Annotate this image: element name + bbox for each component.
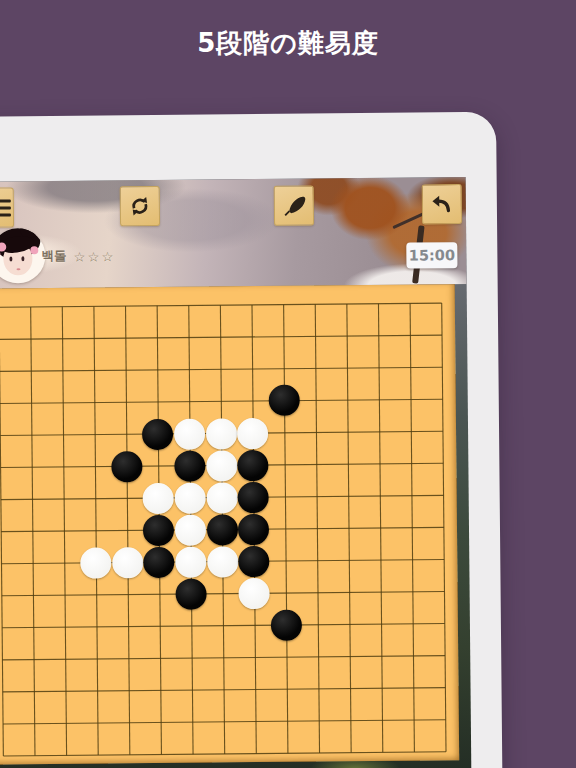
black-stone <box>238 514 269 545</box>
white-stone <box>80 547 111 578</box>
hint-feather-button[interactable] <box>274 186 314 226</box>
white-stone <box>237 417 268 448</box>
game-screenshot <box>0 177 472 768</box>
hamburger-menu-icon <box>0 199 11 216</box>
feather-icon <box>282 194 306 218</box>
black-stone <box>111 451 142 482</box>
difficulty-stars: ☆☆☆ <box>73 248 115 264</box>
restart-button[interactable] <box>120 186 160 226</box>
timer-badge: 15:00 <box>406 242 457 268</box>
tablet-mockup: 백돌 ☆☆☆ 15:00 <box>0 0 576 768</box>
black-stone <box>238 482 269 513</box>
white-stone <box>174 418 205 449</box>
white-stone <box>175 546 206 577</box>
gomoku-board[interactable] <box>0 284 459 764</box>
black-stone <box>175 578 206 609</box>
timer-value: 15:00 <box>409 247 455 263</box>
player-info: 백돌 ☆☆☆ <box>41 247 115 265</box>
undo-button[interactable] <box>422 184 462 224</box>
black-stone <box>238 546 269 577</box>
black-stone <box>143 514 174 545</box>
black-stone <box>142 418 173 449</box>
black-stone <box>237 449 268 480</box>
background-sky-image <box>0 177 467 291</box>
white-stone <box>207 546 238 577</box>
page-background: 5段階の難易度 <box>0 0 576 768</box>
white-stone <box>112 547 143 578</box>
player-name-label: 백돌 <box>41 248 66 265</box>
white-stone <box>205 418 236 449</box>
undo-arrow-icon <box>430 192 454 216</box>
white-stone <box>143 482 174 513</box>
white-stone <box>206 482 237 513</box>
black-stone <box>143 547 174 578</box>
white-stone <box>239 578 270 609</box>
refresh-icon <box>128 194 152 218</box>
white-stone <box>175 514 206 545</box>
black-stone <box>271 609 302 640</box>
white-stone <box>174 482 205 513</box>
white-stone <box>206 450 237 481</box>
black-stone <box>206 514 237 545</box>
black-stone <box>174 450 205 481</box>
menu-button[interactable] <box>0 187 14 227</box>
